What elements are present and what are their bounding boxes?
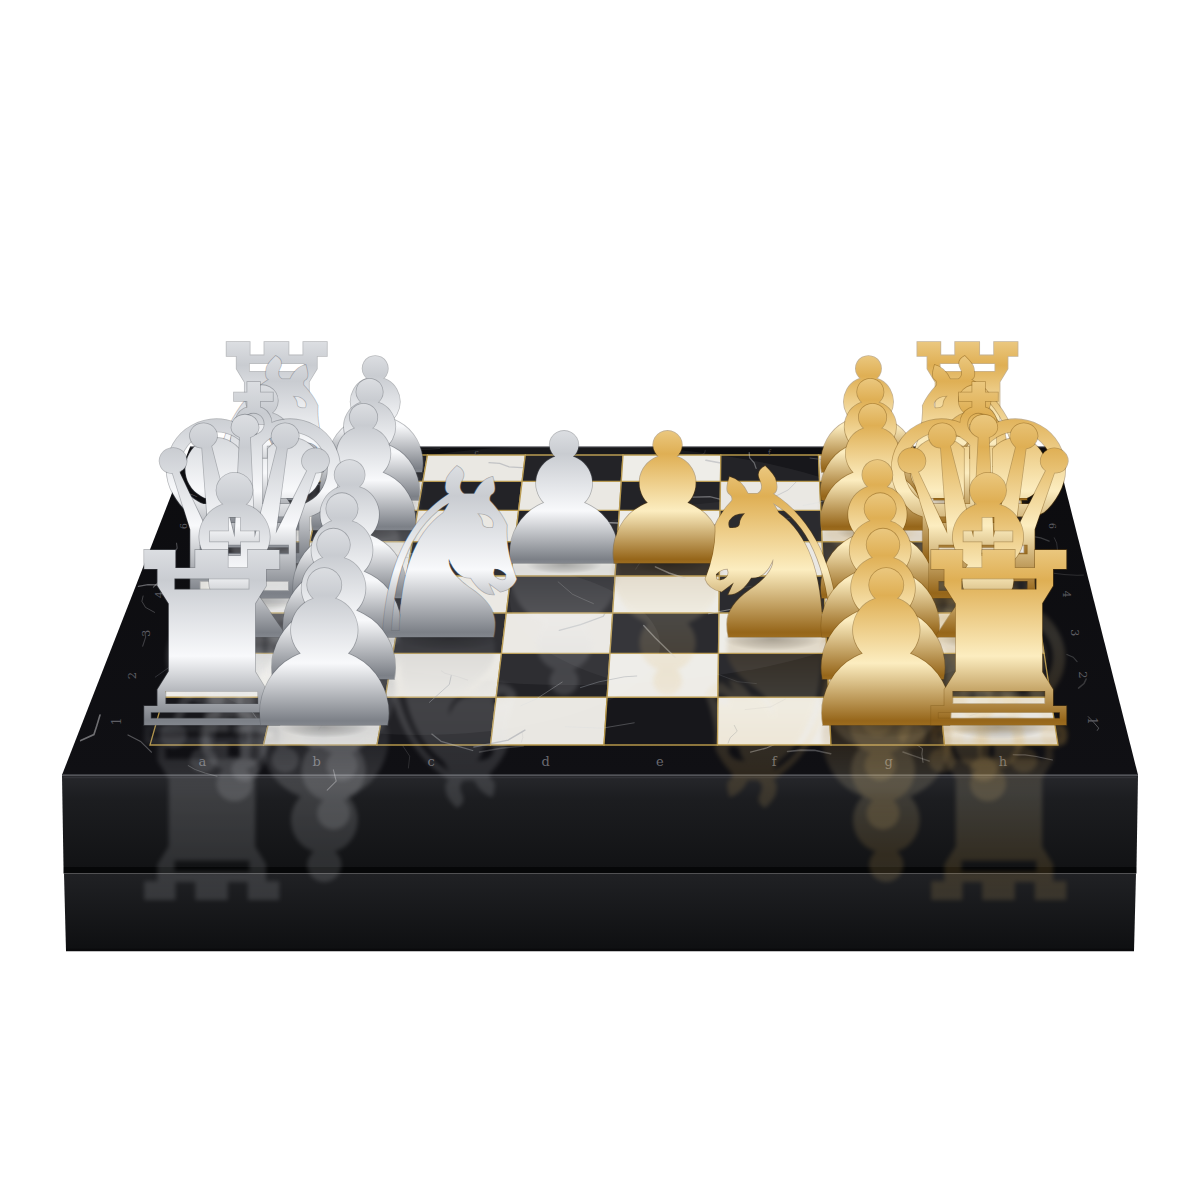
piece-black-rook-a8: ♜ xyxy=(891,502,1106,782)
file-label-e-front: e xyxy=(656,754,664,769)
piece-white-pawn-a2: ♟ xyxy=(228,525,421,776)
board-svg: aabbccddeeffgghh1122334455667788♜♜♟♟♟♟♜♜… xyxy=(0,0,1200,1200)
chess-set-photo: aabbccddeeffgghh1122334455667788♜♜♟♟♟♟♜♜… xyxy=(0,0,1200,1200)
